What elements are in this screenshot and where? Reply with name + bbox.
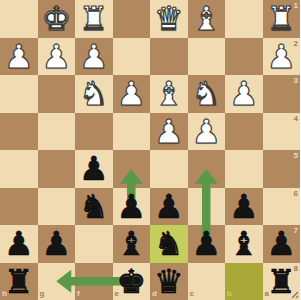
piece-black-bishop[interactable]: ♝	[225, 225, 263, 263]
piece-white-pawn[interactable]: ♟	[113, 75, 151, 113]
piece-white-pawn[interactable]: ♟	[188, 113, 226, 151]
square-h3[interactable]	[0, 75, 38, 113]
rank-label-3: 3	[294, 77, 298, 85]
file-label-c: c	[190, 290, 194, 298]
square-e2[interactable]	[113, 38, 151, 76]
piece-white-queen[interactable]: ♛	[150, 0, 188, 38]
square-g5[interactable]	[38, 150, 76, 188]
piece-white-pawn[interactable]: ♟	[0, 38, 38, 76]
piece-black-king[interactable]: ♚	[113, 263, 151, 300]
piece-white-pawn[interactable]: ♟	[150, 113, 188, 151]
square-d5[interactable]	[150, 150, 188, 188]
square-g8[interactable]: g	[38, 263, 76, 300]
square-c6[interactable]	[188, 188, 226, 226]
piece-white-rook[interactable]: ♜	[75, 0, 113, 38]
square-g3[interactable]	[38, 75, 76, 113]
square-c8[interactable]: c	[188, 263, 226, 300]
square-e5[interactable]	[113, 150, 151, 188]
square-g4[interactable]	[38, 113, 76, 151]
square-f4[interactable]	[75, 113, 113, 151]
square-e1[interactable]	[113, 0, 151, 38]
piece-black-pawn[interactable]: ♟	[75, 150, 113, 188]
piece-black-queen[interactable]: ♛	[150, 263, 188, 300]
piece-black-pawn[interactable]: ♟	[263, 225, 301, 263]
piece-white-bishop[interactable]: ♝	[150, 75, 188, 113]
piece-black-pawn[interactable]: ♟	[0, 225, 38, 263]
piece-black-pawn[interactable]: ♟	[188, 225, 226, 263]
square-b1[interactable]	[225, 0, 263, 38]
piece-white-rook[interactable]: ♜	[263, 0, 301, 38]
piece-black-knight[interactable]: ♞	[75, 188, 113, 226]
square-h5[interactable]	[0, 150, 38, 188]
piece-black-rook[interactable]: ♜	[263, 263, 301, 300]
piece-black-pawn[interactable]: ♟	[113, 188, 151, 226]
file-label-f: f	[77, 290, 80, 298]
square-b4[interactable]	[225, 113, 263, 151]
square-f7[interactable]	[75, 225, 113, 263]
chess-board: 1234567hgfedcb8a ♚♜♛♝♜♟♟♟♟♞♟♝♞♟♟♟♟♞♟♟♟♟♟…	[0, 0, 300, 300]
piece-black-rook[interactable]: ♜	[0, 263, 38, 300]
square-h6[interactable]	[0, 188, 38, 226]
file-label-b: b	[227, 290, 232, 298]
piece-white-pawn[interactable]: ♟	[75, 38, 113, 76]
file-label-g: g	[40, 290, 45, 298]
piece-white-knight[interactable]: ♞	[188, 75, 226, 113]
piece-black-pawn[interactable]: ♟	[38, 225, 76, 263]
square-a4[interactable]: 4	[263, 113, 301, 151]
square-c5[interactable]	[188, 150, 226, 188]
square-b2[interactable]	[225, 38, 263, 76]
piece-white-bishop[interactable]: ♝	[188, 0, 226, 38]
piece-black-knight[interactable]: ♞	[150, 225, 188, 263]
square-g6[interactable]	[38, 188, 76, 226]
square-f8[interactable]: f	[75, 263, 113, 300]
square-b8[interactable]: b	[225, 263, 263, 300]
piece-white-pawn[interactable]: ♟	[38, 38, 76, 76]
square-h1[interactable]	[0, 0, 38, 38]
piece-white-king[interactable]: ♚	[38, 0, 76, 38]
piece-black-bishop[interactable]: ♝	[113, 225, 151, 263]
rank-label-5: 5	[294, 152, 298, 160]
rank-label-4: 4	[294, 115, 298, 123]
piece-white-pawn[interactable]: ♟	[263, 38, 301, 76]
piece-black-pawn[interactable]: ♟	[225, 188, 263, 226]
square-d2[interactable]	[150, 38, 188, 76]
square-a6[interactable]: 6	[263, 188, 301, 226]
square-h4[interactable]	[0, 113, 38, 151]
piece-white-knight[interactable]: ♞	[75, 75, 113, 113]
square-a3[interactable]: 3	[263, 75, 301, 113]
square-a5[interactable]: 5	[263, 150, 301, 188]
square-b5[interactable]	[225, 150, 263, 188]
rank-label-6: 6	[294, 190, 298, 198]
piece-black-pawn[interactable]: ♟	[150, 188, 188, 226]
piece-white-pawn[interactable]: ♟	[225, 75, 263, 113]
square-c2[interactable]	[188, 38, 226, 76]
square-e4[interactable]	[113, 113, 151, 151]
